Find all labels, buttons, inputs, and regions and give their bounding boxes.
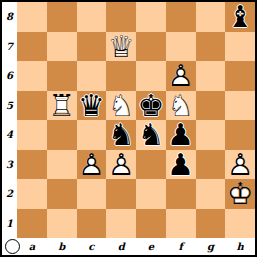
file-label-b: b <box>47 238 77 254</box>
square-h7[interactable] <box>225 32 255 62</box>
square-f2[interactable] <box>166 179 196 209</box>
rank-label-1: 1 <box>2 209 17 239</box>
square-g2[interactable] <box>196 179 226 209</box>
white-pawn[interactable]: ♟♙ <box>225 150 255 180</box>
square-d5[interactable]: ♞♘ <box>106 91 136 121</box>
file-label-g: g <box>196 238 226 254</box>
chess-diagram: ♝♛♕♟♙♜♖♛♞♘♚♞♘♞♞♟♟♙♟♙♟♟♙♚♔ 87654321 abcde… <box>0 0 257 257</box>
square-c5[interactable]: ♛ <box>77 91 107 121</box>
square-d8[interactable] <box>106 2 136 32</box>
square-g5[interactable] <box>196 91 226 121</box>
square-f1[interactable] <box>166 209 196 239</box>
square-h4[interactable] <box>225 120 255 150</box>
square-b3[interactable] <box>47 150 77 180</box>
white-queen[interactable]: ♛♕ <box>106 32 136 62</box>
rank-label-7: 7 <box>2 32 17 62</box>
square-g6[interactable] <box>196 61 226 91</box>
square-f3[interactable]: ♟ <box>166 150 196 180</box>
square-c2[interactable] <box>77 179 107 209</box>
square-f5[interactable]: ♞♘ <box>166 91 196 121</box>
square-g7[interactable] <box>196 32 226 62</box>
file-label-a: a <box>17 238 47 254</box>
square-h8[interactable]: ♝ <box>225 2 255 32</box>
square-a7[interactable] <box>17 32 47 62</box>
square-h2[interactable]: ♚♔ <box>225 179 255 209</box>
square-g4[interactable] <box>196 120 226 150</box>
white-knight[interactable]: ♞♘ <box>166 91 196 121</box>
square-d3[interactable]: ♟♙ <box>106 150 136 180</box>
square-e5[interactable]: ♚ <box>136 91 166 121</box>
square-b7[interactable] <box>47 32 77 62</box>
square-c3[interactable]: ♟♙ <box>77 150 107 180</box>
square-b4[interactable] <box>47 120 77 150</box>
square-d6[interactable] <box>106 61 136 91</box>
square-f8[interactable] <box>166 2 196 32</box>
square-e4[interactable]: ♞ <box>136 120 166 150</box>
file-labels: abcdefgh <box>17 238 255 254</box>
square-f6[interactable]: ♟♙ <box>166 61 196 91</box>
square-b8[interactable] <box>47 2 77 32</box>
square-g8[interactable] <box>196 2 226 32</box>
chess-board[interactable]: ♝♛♕♟♙♜♖♛♞♘♚♞♘♞♞♟♟♙♟♙♟♟♙♚♔ <box>17 2 255 238</box>
square-a5[interactable] <box>17 91 47 121</box>
square-h3[interactable]: ♟♙ <box>225 150 255 180</box>
rank-label-2: 2 <box>2 179 17 209</box>
square-e3[interactable] <box>136 150 166 180</box>
square-e8[interactable] <box>136 2 166 32</box>
square-a4[interactable] <box>17 120 47 150</box>
square-h1[interactable] <box>225 209 255 239</box>
file-label-f: f <box>166 238 196 254</box>
square-c8[interactable] <box>77 2 107 32</box>
black-pawn[interactable]: ♟ <box>166 150 196 180</box>
rank-labels: 87654321 <box>2 2 17 238</box>
square-b1[interactable] <box>47 209 77 239</box>
file-label-h: h <box>225 238 255 254</box>
file-label-c: c <box>77 238 107 254</box>
square-e7[interactable] <box>136 32 166 62</box>
square-d7[interactable]: ♛♕ <box>106 32 136 62</box>
square-c4[interactable] <box>77 120 107 150</box>
white-pawn[interactable]: ♟♙ <box>166 61 196 91</box>
white-pawn[interactable]: ♟♙ <box>77 150 107 180</box>
square-b2[interactable] <box>47 179 77 209</box>
square-e6[interactable] <box>136 61 166 91</box>
square-b5[interactable]: ♜♖ <box>47 91 77 121</box>
file-label-d: d <box>106 238 136 254</box>
black-pawn[interactable]: ♟ <box>166 120 196 150</box>
square-b6[interactable] <box>47 61 77 91</box>
rank-label-5: 5 <box>2 91 17 121</box>
square-d1[interactable] <box>106 209 136 239</box>
rank-label-6: 6 <box>2 61 17 91</box>
white-to-move-indicator <box>5 239 20 254</box>
white-rook[interactable]: ♜♖ <box>47 91 77 121</box>
square-c7[interactable] <box>77 32 107 62</box>
square-f7[interactable] <box>166 32 196 62</box>
white-king[interactable]: ♚♔ <box>225 179 255 209</box>
black-bishop[interactable]: ♝ <box>225 2 255 32</box>
square-g3[interactable] <box>196 150 226 180</box>
square-e1[interactable] <box>136 209 166 239</box>
black-knight[interactable]: ♞ <box>106 120 136 150</box>
square-a2[interactable] <box>17 179 47 209</box>
rank-label-4: 4 <box>2 120 17 150</box>
square-d4[interactable]: ♞ <box>106 120 136 150</box>
rank-label-8: 8 <box>2 2 17 32</box>
square-g1[interactable] <box>196 209 226 239</box>
white-pawn[interactable]: ♟♙ <box>106 150 136 180</box>
black-queen[interactable]: ♛ <box>77 91 107 121</box>
square-c6[interactable] <box>77 61 107 91</box>
square-d2[interactable] <box>106 179 136 209</box>
file-label-e: e <box>136 238 166 254</box>
square-e2[interactable] <box>136 179 166 209</box>
square-a3[interactable] <box>17 150 47 180</box>
square-a6[interactable] <box>17 61 47 91</box>
square-c1[interactable] <box>77 209 107 239</box>
black-king[interactable]: ♚ <box>136 91 166 121</box>
square-a8[interactable] <box>17 2 47 32</box>
square-h6[interactable] <box>225 61 255 91</box>
white-knight[interactable]: ♞♘ <box>106 91 136 121</box>
square-a1[interactable] <box>17 209 47 239</box>
rank-label-3: 3 <box>2 150 17 180</box>
square-h5[interactable] <box>225 91 255 121</box>
black-knight[interactable]: ♞ <box>136 120 166 150</box>
square-f4[interactable]: ♟ <box>166 120 196 150</box>
